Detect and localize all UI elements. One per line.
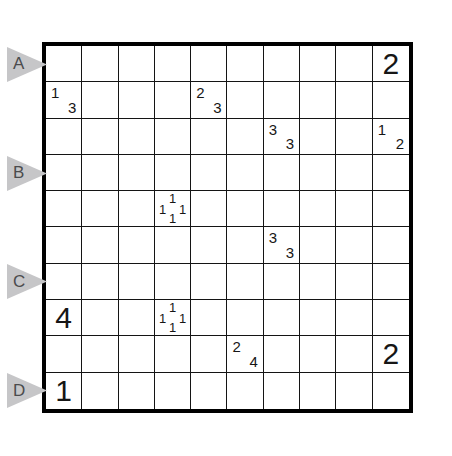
row-marker-label: C	[13, 272, 25, 292]
cell-r6c6[interactable]	[227, 227, 263, 263]
cell-r2c3[interactable]	[119, 82, 155, 118]
clue-digit: 1	[179, 311, 186, 324]
cell-r4c8[interactable]	[300, 155, 336, 191]
cell-r4c1[interactable]	[46, 155, 82, 191]
cell-r8c9[interactable]	[336, 300, 372, 336]
cell-r9c3[interactable]	[119, 336, 155, 372]
clue-digit: 2	[196, 85, 204, 100]
cell-r6c7: 33	[264, 227, 300, 263]
cell-r5c3[interactable]	[119, 191, 155, 227]
cell-r8c8[interactable]	[300, 300, 336, 336]
clue-digit: 3	[213, 100, 221, 115]
cell-r5c1[interactable]	[46, 191, 82, 227]
cell-r9c6: 24	[227, 336, 263, 372]
cell-r1c1[interactable]	[46, 46, 82, 82]
cell-r7c4[interactable]	[155, 264, 191, 300]
cell-r10c2[interactable]	[82, 373, 118, 409]
cell-r10c8[interactable]	[300, 373, 336, 409]
cell-r4c9[interactable]	[336, 155, 372, 191]
cell-r4c10[interactable]	[373, 155, 409, 191]
cell-r6c9[interactable]	[336, 227, 372, 263]
clue-digit: 2	[396, 136, 404, 151]
cell-r9c10: 2	[373, 336, 409, 372]
cell-r1c9[interactable]	[336, 46, 372, 82]
cell-r5c7[interactable]	[264, 191, 300, 227]
cell-r6c3[interactable]	[119, 227, 155, 263]
cell-r1c7[interactable]	[264, 46, 300, 82]
clue-digit: 3	[286, 136, 294, 151]
clue-digit: 4	[46, 300, 81, 335]
cell-r7c1[interactable]	[46, 264, 82, 300]
cell-r7c2[interactable]	[82, 264, 118, 300]
clue-digit: 1	[46, 373, 81, 409]
cell-r4c6[interactable]	[227, 155, 263, 191]
cell-r7c10[interactable]	[373, 264, 409, 300]
clue-digit: 2	[373, 336, 409, 371]
cell-r7c3[interactable]	[119, 264, 155, 300]
cell-r5c6[interactable]	[227, 191, 263, 227]
cell-r3c8[interactable]	[300, 119, 336, 155]
clue-digit: 1	[169, 212, 176, 225]
row-marker-label: A	[13, 54, 24, 74]
cell-r9c7[interactable]	[264, 336, 300, 372]
cell-r7c9[interactable]	[336, 264, 372, 300]
board: 213233312111133411112421	[42, 42, 413, 413]
clue-digit: 1	[169, 301, 176, 314]
cell-r8c2[interactable]	[82, 300, 118, 336]
cell-r5c4: 1111	[155, 191, 191, 227]
cell-r8c3[interactable]	[119, 300, 155, 336]
cell-r9c4[interactable]	[155, 336, 191, 372]
cell-r2c8[interactable]	[300, 82, 336, 118]
clue-digit: 1	[51, 85, 59, 100]
cell-r1c10: 2	[373, 46, 409, 82]
cell-r8c6[interactable]	[227, 300, 263, 336]
cell-r8c10[interactable]	[373, 300, 409, 336]
cell-r2c7[interactable]	[264, 82, 300, 118]
puzzle-canvas: 213233312111133411112421 ABCD	[0, 0, 452, 456]
cell-r5c8[interactable]	[300, 191, 336, 227]
cell-r3c4[interactable]	[155, 119, 191, 155]
clue-digit: 1	[179, 202, 186, 215]
cell-r1c5[interactable]	[191, 46, 227, 82]
cell-r4c7[interactable]	[264, 155, 300, 191]
row-marker-label: B	[13, 163, 24, 183]
cell-r8c5[interactable]	[191, 300, 227, 336]
cell-r9c9[interactable]	[336, 336, 372, 372]
cell-r1c3[interactable]	[119, 46, 155, 82]
clue-digit: 2	[232, 339, 240, 354]
cell-r9c1[interactable]	[46, 336, 82, 372]
cell-r7c6[interactable]	[227, 264, 263, 300]
clue-digit: 2	[373, 46, 409, 81]
cell-r1c2[interactable]	[82, 46, 118, 82]
cell-r3c5[interactable]	[191, 119, 227, 155]
cell-r10c5[interactable]	[191, 373, 227, 409]
cell-r2c10[interactable]	[373, 82, 409, 118]
cell-r4c2[interactable]	[82, 155, 118, 191]
clue-digit: 3	[269, 122, 277, 137]
cell-r6c8[interactable]	[300, 227, 336, 263]
cell-r4c3[interactable]	[119, 155, 155, 191]
cell-r10c9[interactable]	[336, 373, 372, 409]
cell-r6c2[interactable]	[82, 227, 118, 263]
cell-r6c5[interactable]	[191, 227, 227, 263]
row-marker-b: B	[7, 156, 47, 191]
cell-r2c4[interactable]	[155, 82, 191, 118]
row-marker-a: A	[7, 47, 47, 82]
cell-r10c4[interactable]	[155, 373, 191, 409]
row-marker-label: D	[13, 381, 25, 401]
cell-r10c7[interactable]	[264, 373, 300, 409]
cell-r4c4[interactable]	[155, 155, 191, 191]
clue-digit: 3	[68, 100, 76, 115]
cell-r9c5[interactable]	[191, 336, 227, 372]
cell-r2c6[interactable]	[227, 82, 263, 118]
cell-r9c8[interactable]	[300, 336, 336, 372]
cell-r3c7: 33	[264, 119, 300, 155]
row-marker-d: D	[7, 373, 47, 408]
cell-r2c2[interactable]	[82, 82, 118, 118]
cell-r4c5[interactable]	[191, 155, 227, 191]
cell-r2c5: 23	[191, 82, 227, 118]
cell-r6c10[interactable]	[373, 227, 409, 263]
cell-r3c3[interactable]	[119, 119, 155, 155]
cell-r3c9[interactable]	[336, 119, 372, 155]
cell-r3c6[interactable]	[227, 119, 263, 155]
cell-r1c6[interactable]	[227, 46, 263, 82]
row-marker-c: C	[7, 264, 47, 299]
cell-r8c7[interactable]	[264, 300, 300, 336]
cell-r5c10[interactable]	[373, 191, 409, 227]
clue-digit: 3	[286, 245, 294, 260]
cell-r9c2[interactable]	[82, 336, 118, 372]
cell-r6c4[interactable]	[155, 227, 191, 263]
cell-r5c5[interactable]	[191, 191, 227, 227]
cell-r7c8[interactable]	[300, 264, 336, 300]
cell-r10c6[interactable]	[227, 373, 263, 409]
cell-r1c8[interactable]	[300, 46, 336, 82]
cell-r8c4: 1111	[155, 300, 191, 336]
cell-r10c10[interactable]	[373, 373, 409, 409]
clue-digit: 1	[159, 202, 166, 215]
cell-r5c9[interactable]	[336, 191, 372, 227]
clue-digit: 1	[378, 122, 386, 137]
cell-r5c2[interactable]	[82, 191, 118, 227]
cell-r8c1: 4	[46, 300, 82, 336]
cell-r3c1[interactable]	[46, 119, 82, 155]
cell-r7c7[interactable]	[264, 264, 300, 300]
cell-r6c1[interactable]	[46, 227, 82, 263]
clue-digit: 3	[269, 230, 277, 245]
clue-digit: 1	[169, 192, 176, 205]
cell-r3c10: 12	[373, 119, 409, 155]
cell-r3c2[interactable]	[82, 119, 118, 155]
cell-r2c9[interactable]	[336, 82, 372, 118]
clue-digit: 1	[169, 321, 176, 334]
cell-r2c1: 13	[46, 82, 82, 118]
cell-r10c3[interactable]	[119, 373, 155, 409]
clue-digit: 4	[249, 354, 257, 369]
cell-r1c4[interactable]	[155, 46, 191, 82]
cell-r7c5[interactable]	[191, 264, 227, 300]
clue-digit: 1	[159, 311, 166, 324]
cell-r10c1: 1	[46, 373, 82, 409]
